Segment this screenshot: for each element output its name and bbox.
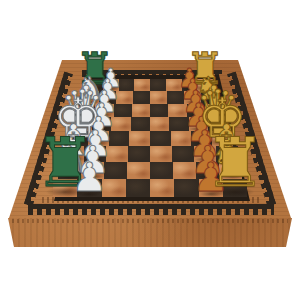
chess-board: ♜♟♟♜♞♟♟♞♝♟♟♝♛♟♟♛♚♟♟♚♝♟♟♝♞♟♟♞♜♟♟♜ xyxy=(52,79,248,197)
square-h8[interactable]: ♜ xyxy=(223,179,247,197)
stamp-print-band-face xyxy=(12,219,288,223)
square-b4[interactable] xyxy=(133,91,150,104)
sawtooth-trim-front xyxy=(28,204,274,215)
chess-set-photo: ♜♟♟♜♞♟♟♞♝♟♟♝♛♟♟♛♚♟♟♚♝♟♟♝♞♟♟♞♜♟♟♜ xyxy=(0,0,300,300)
square-d5[interactable] xyxy=(150,117,169,131)
square-e5[interactable] xyxy=(150,131,171,146)
square-c5[interactable] xyxy=(150,104,168,117)
square-a5[interactable] xyxy=(150,79,166,91)
square-c4[interactable] xyxy=(132,104,150,117)
piece-white-pawn-h2[interactable]: ♟ xyxy=(71,157,107,197)
square-a4[interactable] xyxy=(134,79,150,91)
piece-black-rook-h8[interactable]: ♜ xyxy=(204,129,265,197)
square-b5[interactable] xyxy=(150,91,167,104)
square-f5[interactable] xyxy=(150,146,172,162)
square-h2[interactable]: ♟ xyxy=(77,179,101,197)
board-row-file-h: ♜♟♟♜ xyxy=(53,179,247,197)
square-e4[interactable] xyxy=(129,131,150,146)
square-g5[interactable] xyxy=(150,162,173,179)
square-g4[interactable] xyxy=(127,162,150,179)
square-h4[interactable] xyxy=(126,179,150,197)
square-f4[interactable] xyxy=(128,146,150,162)
square-h5[interactable] xyxy=(150,179,174,197)
square-d4[interactable] xyxy=(131,117,150,131)
